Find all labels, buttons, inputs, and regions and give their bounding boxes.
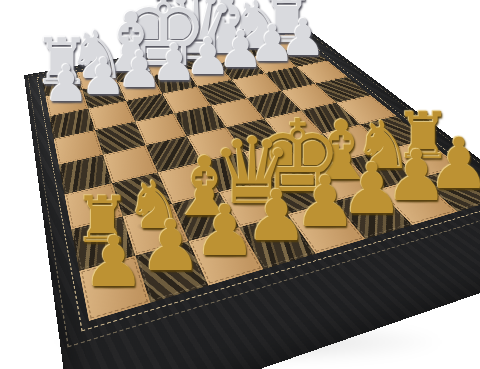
chess-set-photo: ♜♞♝♚♛♝♞♜♟♟♟♟♟♟♟♟♜♞♝♛♚♝♞♜♟♟♟♟♟♟♟♟ [0, 0, 480, 369]
pieces-layer: ♜♞♝♚♛♝♞♜♟♟♟♟♟♟♟♟♜♞♝♛♚♝♞♜♟♟♟♟♟♟♟♟ [0, 0, 480, 369]
piece-gold-pawn-b1: ♟ [139, 211, 202, 281]
piece-gold-pawn-a1: ♟ [82, 227, 145, 297]
piece-silver-pawn-a7: ♟ [44, 60, 90, 111]
piece-gold-pawn-c1: ♟ [193, 196, 256, 266]
